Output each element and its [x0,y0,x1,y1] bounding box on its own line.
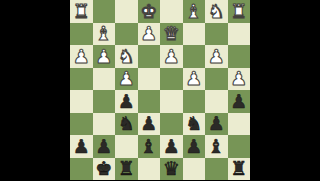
square-h5[interactable] [70,90,93,113]
square-e3[interactable] [138,45,161,68]
square-f5[interactable]: ♟ [115,90,138,113]
square-a7[interactable] [228,135,251,158]
square-b1[interactable]: ♞ [205,0,228,23]
square-f1[interactable] [115,0,138,23]
square-g7[interactable]: ♟ [93,135,116,158]
square-c7[interactable]: ♟ [183,135,206,158]
black-rook-piece[interactable]: ♜ [230,159,247,178]
white-bishop-piece[interactable]: ♝ [185,1,202,20]
square-e2[interactable]: ♟ [138,23,161,46]
square-g1[interactable] [93,0,116,23]
square-b2[interactable] [205,23,228,46]
square-b8[interactable] [205,158,228,181]
square-h3[interactable]: ♟ [70,45,93,68]
square-g3[interactable]: ♟ [93,45,116,68]
white-pawn-piece[interactable]: ♟ [73,46,90,65]
square-a8[interactable]: ♜ [228,158,251,181]
black-rook-piece[interactable]: ♜ [118,159,135,178]
square-c2[interactable] [183,23,206,46]
square-h4[interactable] [70,68,93,91]
black-bishop-piece[interactable]: ♝ [140,136,157,155]
white-pawn-piece[interactable]: ♟ [95,46,112,65]
square-c6[interactable]: ♞ [183,113,206,136]
square-e1[interactable]: ♚ [138,0,161,23]
black-pawn-piece[interactable]: ♟ [208,114,225,133]
square-d6[interactable] [160,113,183,136]
square-f4[interactable]: ♟ [115,68,138,91]
white-pawn-piece[interactable]: ♟ [163,46,180,65]
square-d8[interactable]: ♛ [160,158,183,181]
square-c8[interactable] [183,158,206,181]
square-g8[interactable]: ♚ [93,158,116,181]
black-pawn-piece[interactable]: ♟ [140,114,157,133]
square-f7[interactable] [115,135,138,158]
square-b3[interactable]: ♟ [205,45,228,68]
white-king-piece[interactable]: ♚ [140,1,157,20]
white-rook-piece[interactable]: ♜ [73,1,90,20]
square-e6[interactable]: ♟ [138,113,161,136]
white-bishop-piece[interactable]: ♝ [95,24,112,43]
square-a6[interactable] [228,113,251,136]
black-knight-piece[interactable]: ♞ [118,114,135,133]
square-e8[interactable] [138,158,161,181]
square-d2[interactable]: ♛ [160,23,183,46]
square-g5[interactable] [93,90,116,113]
white-pawn-piece[interactable]: ♟ [230,69,247,88]
white-knight-piece[interactable]: ♞ [208,1,225,20]
black-pawn-piece[interactable]: ♟ [230,91,247,110]
white-pawn-piece[interactable]: ♟ [140,24,157,43]
white-pawn-piece[interactable]: ♟ [208,46,225,65]
square-h1[interactable]: ♜ [70,0,93,23]
square-e5[interactable] [138,90,161,113]
square-h7[interactable]: ♟ [70,135,93,158]
square-g2[interactable]: ♝ [93,23,116,46]
square-b4[interactable] [205,68,228,91]
black-queen-piece[interactable]: ♛ [163,159,180,178]
square-a1[interactable]: ♜ [228,0,251,23]
black-king-piece[interactable]: ♚ [95,159,112,178]
black-knight-piece[interactable]: ♞ [185,114,202,133]
square-d1[interactable] [160,0,183,23]
square-d4[interactable] [160,68,183,91]
square-c3[interactable] [183,45,206,68]
square-d3[interactable]: ♟ [160,45,183,68]
black-pawn-piece[interactable]: ♟ [95,136,112,155]
square-h8[interactable] [70,158,93,181]
square-b7[interactable]: ♝ [205,135,228,158]
square-d5[interactable] [160,90,183,113]
square-f6[interactable]: ♞ [115,113,138,136]
square-d7[interactable]: ♟ [160,135,183,158]
square-e4[interactable] [138,68,161,91]
black-pawn-piece[interactable]: ♟ [73,136,90,155]
black-pawn-piece[interactable]: ♟ [118,91,135,110]
square-f2[interactable] [115,23,138,46]
square-h2[interactable] [70,23,93,46]
square-h6[interactable] [70,113,93,136]
screenshot-root: ♜♚♝♞♜♝♟♛♟♟♞♟♟♟♟♟♟♟♞♟♞♟♟♟♝♟♟♝♚♜♛♜ [0,0,320,180]
square-c1[interactable]: ♝ [183,0,206,23]
black-pawn-piece[interactable]: ♟ [163,136,180,155]
white-knight-piece[interactable]: ♞ [118,46,135,65]
white-pawn-piece[interactable]: ♟ [118,69,135,88]
square-g6[interactable] [93,113,116,136]
square-c5[interactable] [183,90,206,113]
white-queen-piece[interactable]: ♛ [163,24,180,43]
chess-board: ♜♚♝♞♜♝♟♛♟♟♞♟♟♟♟♟♟♟♞♟♞♟♟♟♝♟♟♝♚♜♛♜ [70,0,250,180]
square-b6[interactable]: ♟ [205,113,228,136]
square-g4[interactable] [93,68,116,91]
white-pawn-piece[interactable]: ♟ [185,69,202,88]
square-f3[interactable]: ♞ [115,45,138,68]
square-a4[interactable]: ♟ [228,68,251,91]
square-a3[interactable] [228,45,251,68]
square-b5[interactable] [205,90,228,113]
black-pawn-piece[interactable]: ♟ [185,136,202,155]
white-rook-piece[interactable]: ♜ [230,1,247,20]
square-e7[interactable]: ♝ [138,135,161,158]
square-a2[interactable] [228,23,251,46]
square-f8[interactable]: ♜ [115,158,138,181]
square-c4[interactable]: ♟ [183,68,206,91]
square-a5[interactable]: ♟ [228,90,251,113]
black-bishop-piece[interactable]: ♝ [208,136,225,155]
